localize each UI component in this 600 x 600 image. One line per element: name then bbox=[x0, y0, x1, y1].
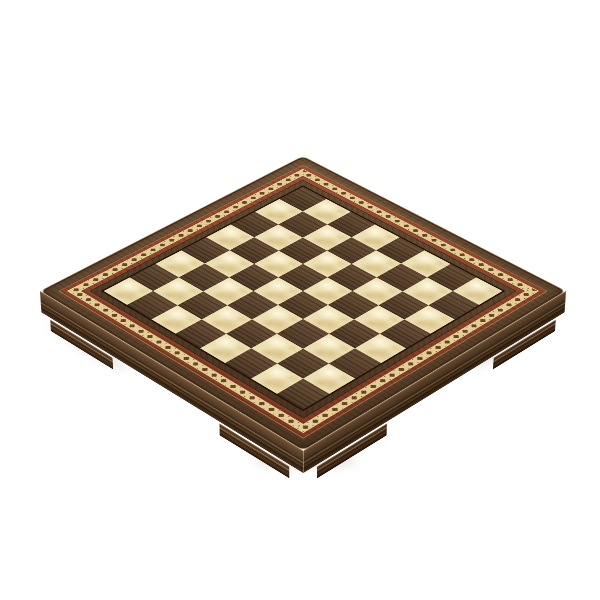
square-e2[interactable] bbox=[226, 319, 277, 348]
square-h2[interactable] bbox=[303, 363, 355, 394]
square-g2[interactable] bbox=[277, 348, 329, 378]
product-photo-background bbox=[0, 0, 600, 600]
square-h1[interactable] bbox=[277, 378, 330, 409]
square-d1[interactable] bbox=[175, 319, 226, 348]
square-g5[interactable] bbox=[354, 305, 405, 334]
square-h7[interactable] bbox=[429, 291, 479, 319]
square-h6[interactable] bbox=[404, 305, 455, 334]
square-e3[interactable] bbox=[252, 305, 303, 334]
board-top-face bbox=[40, 156, 566, 451]
square-f1[interactable] bbox=[225, 348, 277, 378]
square-e4[interactable] bbox=[278, 291, 328, 319]
square-d2[interactable] bbox=[202, 305, 253, 334]
square-g3[interactable] bbox=[303, 334, 354, 364]
square-f5[interactable] bbox=[328, 291, 378, 319]
square-h5[interactable] bbox=[380, 319, 431, 348]
square-g1[interactable] bbox=[251, 363, 303, 394]
square-g6[interactable] bbox=[378, 291, 428, 319]
square-f4[interactable] bbox=[303, 305, 354, 334]
square-d3[interactable] bbox=[228, 291, 278, 319]
square-c2[interactable] bbox=[177, 291, 227, 319]
square-b1[interactable] bbox=[127, 291, 177, 319]
square-e1[interactable] bbox=[200, 334, 251, 364]
square-h3[interactable] bbox=[329, 348, 381, 378]
square-f3[interactable] bbox=[278, 319, 329, 348]
square-f2[interactable] bbox=[252, 334, 303, 364]
square-h4[interactable] bbox=[355, 334, 406, 364]
chess-board bbox=[40, 156, 566, 451]
square-g4[interactable] bbox=[329, 319, 380, 348]
square-c1[interactable] bbox=[151, 305, 202, 334]
